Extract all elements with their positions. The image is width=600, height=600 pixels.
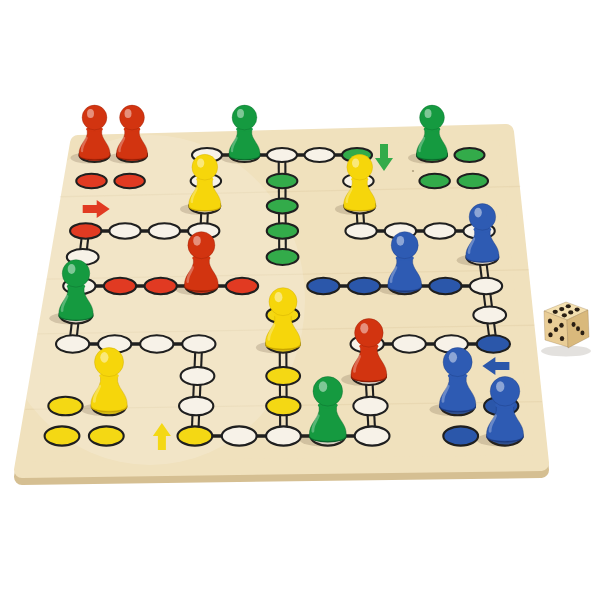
- die-pip: [580, 331, 584, 336]
- die-pip: [559, 323, 563, 328]
- track-cell-32[interactable]: [181, 367, 215, 385]
- track-cell-25[interactable]: [353, 397, 387, 416]
- die-pip: [548, 318, 552, 323]
- track-cell-18[interactable]: [470, 278, 502, 294]
- start-cell-yellow[interactable]: [178, 426, 213, 445]
- home-cell-green-2[interactable]: [455, 148, 485, 162]
- track-cell-15[interactable]: [424, 223, 455, 238]
- ludo-scene: [0, 0, 600, 600]
- die-pip: [554, 327, 558, 332]
- goal-cell-green-2[interactable]: [267, 199, 298, 214]
- home-cell-red-3[interactable]: [76, 174, 106, 188]
- home-cell-green-4[interactable]: [458, 174, 488, 188]
- track-cell-33[interactable]: [182, 335, 215, 352]
- track-cell-31[interactable]: [179, 397, 213, 416]
- wood-speck: [412, 170, 414, 172]
- goal-cell-green-4[interactable]: [267, 249, 299, 265]
- start-cell-red[interactable]: [70, 223, 101, 238]
- track-cell-8[interactable]: [267, 148, 297, 162]
- die-pip: [562, 313, 567, 317]
- die-pip: [553, 310, 558, 314]
- die-pip: [575, 307, 580, 311]
- track-cell-1[interactable]: [109, 223, 140, 238]
- track-cell-2[interactable]: [149, 223, 180, 238]
- home-cell-yellow-4[interactable]: [89, 426, 124, 445]
- goal-cell-yellow-1[interactable]: [266, 397, 300, 416]
- track-cell-29[interactable]: [222, 426, 257, 445]
- start-cell-blue[interactable]: [477, 335, 510, 352]
- home-cell-green-3[interactable]: [419, 174, 449, 188]
- goal-cell-blue-4[interactable]: [307, 278, 339, 294]
- home-cell-blue-3[interactable]: [443, 426, 478, 445]
- goal-cell-red-2[interactable]: [145, 278, 177, 294]
- die-pip: [548, 332, 552, 337]
- track-cell-26[interactable]: [355, 426, 390, 445]
- pawn-red-1[interactable]: [71, 105, 111, 163]
- die-pip: [572, 322, 576, 327]
- die-pip: [560, 336, 564, 341]
- die-pip: [576, 326, 580, 331]
- wood-sheen: [0, 135, 305, 465]
- track-cell-36[interactable]: [56, 335, 89, 352]
- track-cell-9[interactable]: [305, 148, 335, 162]
- goal-cell-yellow-2[interactable]: [266, 367, 300, 385]
- home-cell-yellow-3[interactable]: [45, 426, 80, 445]
- goal-cell-red-4[interactable]: [226, 278, 258, 294]
- track-cell-34[interactable]: [140, 335, 173, 352]
- die[interactable]: [541, 302, 591, 357]
- die-pip: [566, 304, 571, 308]
- track-cell-28[interactable]: [266, 426, 301, 445]
- die-pip: [568, 310, 573, 314]
- die-pip: [559, 307, 564, 311]
- goal-cell-blue-3[interactable]: [348, 278, 380, 294]
- track-cell-22[interactable]: [393, 335, 426, 352]
- home-cell-red-4[interactable]: [114, 174, 144, 188]
- goal-cell-red-1[interactable]: [104, 278, 136, 294]
- goal-cell-green-1[interactable]: [267, 174, 297, 188]
- track-cell-13[interactable]: [345, 223, 376, 238]
- goal-cell-blue-1[interactable]: [429, 278, 461, 294]
- home-cell-yellow-1[interactable]: [48, 397, 82, 416]
- photo-stage: [0, 0, 600, 600]
- goal-cell-green-3[interactable]: [267, 223, 298, 238]
- track-cell-19[interactable]: [473, 307, 506, 324]
